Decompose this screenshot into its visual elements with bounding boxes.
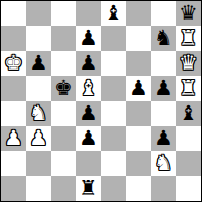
white-rook-piece[interactable]: ♜ <box>179 76 198 101</box>
square-a7[interactable] <box>1 26 26 51</box>
square-f6[interactable] <box>126 51 151 76</box>
square-g7[interactable]: ♞ <box>151 26 176 51</box>
square-b8[interactable] <box>26 1 51 26</box>
square-f8[interactable] <box>126 1 151 26</box>
white-rook-piece[interactable]: ♜ <box>179 26 198 51</box>
square-c3[interactable] <box>51 126 76 151</box>
white-knight-piece[interactable]: ♞ <box>29 101 48 126</box>
white-bishop-piece[interactable]: ♝ <box>79 76 98 101</box>
square-a3[interactable]: ♟ <box>1 126 26 151</box>
square-f3[interactable] <box>126 126 151 151</box>
square-a4[interactable] <box>1 101 26 126</box>
square-b2[interactable] <box>26 151 51 176</box>
square-h7[interactable]: ♜ <box>176 26 201 51</box>
square-a8[interactable] <box>1 1 26 26</box>
square-d3[interactable]: ♟ <box>76 126 101 151</box>
black-pawn-piece[interactable]: ♟ <box>29 51 48 76</box>
square-b4[interactable]: ♞ <box>26 101 51 126</box>
square-e2[interactable] <box>101 151 126 176</box>
square-f4[interactable] <box>126 101 151 126</box>
square-c5[interactable]: ♚ <box>51 76 76 101</box>
square-d4[interactable]: ♟ <box>76 101 101 126</box>
black-queen-piece[interactable]: ♛ <box>179 1 198 26</box>
square-a2[interactable] <box>1 151 26 176</box>
square-g2[interactable]: ♞ <box>151 151 176 176</box>
square-a1[interactable] <box>1 176 26 201</box>
square-c8[interactable] <box>51 1 76 26</box>
square-g4[interactable] <box>151 101 176 126</box>
black-pawn-piece[interactable]: ♟ <box>79 126 98 151</box>
square-g5[interactable]: ♟ <box>151 76 176 101</box>
square-d2[interactable] <box>76 151 101 176</box>
square-h2[interactable] <box>176 151 201 176</box>
black-pawn-piece[interactable]: ♟ <box>79 26 98 51</box>
square-e4[interactable] <box>101 101 126 126</box>
square-d1[interactable]: ♜ <box>76 176 101 201</box>
black-king-piece[interactable]: ♚ <box>54 76 73 101</box>
square-c2[interactable] <box>51 151 76 176</box>
square-f2[interactable] <box>126 151 151 176</box>
white-king-piece[interactable]: ♚ <box>4 51 23 76</box>
square-e1[interactable] <box>101 176 126 201</box>
square-c1[interactable] <box>51 176 76 201</box>
square-c7[interactable] <box>51 26 76 51</box>
black-pawn-piece[interactable]: ♟ <box>79 51 98 76</box>
black-rook-piece[interactable]: ♜ <box>79 176 98 201</box>
black-knight-piece[interactable]: ♞ <box>154 26 173 51</box>
chess-board: ♝♛♟♞♜♚♟♟♛♚♝♟♟♜♞♟♝♟♟♟♟♞♜ <box>1 1 201 201</box>
square-h3[interactable] <box>176 126 201 151</box>
black-pawn-piece[interactable]: ♟ <box>154 76 173 101</box>
square-h4[interactable]: ♝ <box>176 101 201 126</box>
black-pawn-piece[interactable]: ♟ <box>79 101 98 126</box>
square-d8[interactable] <box>76 1 101 26</box>
square-b5[interactable] <box>26 76 51 101</box>
black-bishop-piece[interactable]: ♝ <box>179 101 198 126</box>
square-a6[interactable]: ♚ <box>1 51 26 76</box>
chess-board-frame: ♝♛♟♞♜♚♟♟♛♚♝♟♟♜♞♟♝♟♟♟♟♞♜ <box>0 0 202 202</box>
square-e3[interactable] <box>101 126 126 151</box>
square-h8[interactable]: ♛ <box>176 1 201 26</box>
square-b1[interactable] <box>26 176 51 201</box>
square-e8[interactable]: ♝ <box>101 1 126 26</box>
square-d6[interactable]: ♟ <box>76 51 101 76</box>
square-g8[interactable] <box>151 1 176 26</box>
square-f5[interactable]: ♟ <box>126 76 151 101</box>
square-d5[interactable]: ♝ <box>76 76 101 101</box>
square-b7[interactable] <box>26 26 51 51</box>
square-b3[interactable]: ♟ <box>26 126 51 151</box>
square-d7[interactable]: ♟ <box>76 26 101 51</box>
square-g3[interactable]: ♟ <box>151 126 176 151</box>
square-f7[interactable] <box>126 26 151 51</box>
square-e7[interactable] <box>101 26 126 51</box>
square-c4[interactable] <box>51 101 76 126</box>
square-e6[interactable] <box>101 51 126 76</box>
black-pawn-piece[interactable]: ♟ <box>154 126 173 151</box>
square-b6[interactable]: ♟ <box>26 51 51 76</box>
white-pawn-piece[interactable]: ♟ <box>4 126 23 151</box>
square-a5[interactable] <box>1 76 26 101</box>
white-knight-piece[interactable]: ♞ <box>154 151 173 176</box>
white-queen-piece[interactable]: ♛ <box>179 51 198 76</box>
square-g6[interactable] <box>151 51 176 76</box>
black-bishop-piece[interactable]: ♝ <box>104 1 123 26</box>
square-h1[interactable] <box>176 176 201 201</box>
square-h6[interactable]: ♛ <box>176 51 201 76</box>
square-f1[interactable] <box>126 176 151 201</box>
square-g1[interactable] <box>151 176 176 201</box>
white-pawn-piece[interactable]: ♟ <box>29 126 48 151</box>
square-c6[interactable] <box>51 51 76 76</box>
square-e5[interactable] <box>101 76 126 101</box>
square-h5[interactable]: ♜ <box>176 76 201 101</box>
black-pawn-piece[interactable]: ♟ <box>129 76 148 101</box>
